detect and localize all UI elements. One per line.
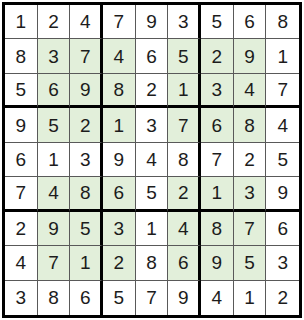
cell-r3c7[interactable]: 3 — [201, 74, 234, 108]
cell-r8c9[interactable]: 3 — [266, 246, 299, 280]
cell-r2c4[interactable]: 4 — [103, 39, 136, 73]
cell-r5c4[interactable]: 9 — [103, 143, 136, 177]
cell-r6c3[interactable]: 8 — [70, 177, 103, 211]
cell-r4c5[interactable]: 3 — [136, 108, 169, 142]
cell-r2c6[interactable]: 5 — [168, 39, 201, 73]
cell-r5c8[interactable]: 2 — [234, 143, 267, 177]
cell-r9c1[interactable]: 3 — [5, 281, 38, 315]
cell-r9c9[interactable]: 2 — [266, 281, 299, 315]
cell-r9c5[interactable]: 7 — [136, 281, 169, 315]
cell-r2c1[interactable]: 8 — [5, 39, 38, 73]
cell-r9c7[interactable]: 4 — [201, 281, 234, 315]
cell-r4c6[interactable]: 7 — [168, 108, 201, 142]
cell-r1c8[interactable]: 6 — [234, 5, 267, 39]
cell-r5c3[interactable]: 3 — [70, 143, 103, 177]
cell-r2c8[interactable]: 9 — [234, 39, 267, 73]
cell-r8c8[interactable]: 5 — [234, 246, 267, 280]
cell-r2c2[interactable]: 3 — [38, 39, 71, 73]
cell-r7c7[interactable]: 8 — [201, 212, 234, 246]
cell-r8c3[interactable]: 1 — [70, 246, 103, 280]
cell-r2c5[interactable]: 6 — [136, 39, 169, 73]
cell-r7c2[interactable]: 9 — [38, 212, 71, 246]
cell-r3c5[interactable]: 2 — [136, 74, 169, 108]
cell-r5c6[interactable]: 8 — [168, 143, 201, 177]
cell-r8c4[interactable]: 2 — [103, 246, 136, 280]
cell-r8c5[interactable]: 8 — [136, 246, 169, 280]
cell-r3c2[interactable]: 6 — [38, 74, 71, 108]
cell-r1c6[interactable]: 3 — [168, 5, 201, 39]
cell-r6c1[interactable]: 7 — [5, 177, 38, 211]
cell-r4c1[interactable]: 9 — [5, 108, 38, 142]
cell-r9c6[interactable]: 9 — [168, 281, 201, 315]
cell-r3c3[interactable]: 9 — [70, 74, 103, 108]
cell-r8c7[interactable]: 9 — [201, 246, 234, 280]
cell-r9c3[interactable]: 6 — [70, 281, 103, 315]
cell-r2c7[interactable]: 2 — [201, 39, 234, 73]
cell-r7c5[interactable]: 1 — [136, 212, 169, 246]
cell-r6c8[interactable]: 3 — [234, 177, 267, 211]
cell-r6c7[interactable]: 1 — [201, 177, 234, 211]
cell-r3c6[interactable]: 1 — [168, 74, 201, 108]
cell-r1c1[interactable]: 1 — [5, 5, 38, 39]
cell-r4c9[interactable]: 4 — [266, 108, 299, 142]
cell-r7c1[interactable]: 2 — [5, 212, 38, 246]
cell-r5c9[interactable]: 5 — [266, 143, 299, 177]
cell-r5c5[interactable]: 4 — [136, 143, 169, 177]
cell-r7c6[interactable]: 4 — [168, 212, 201, 246]
cell-r7c3[interactable]: 5 — [70, 212, 103, 246]
cell-r4c7[interactable]: 6 — [201, 108, 234, 142]
cell-r1c7[interactable]: 5 — [201, 5, 234, 39]
cell-r5c1[interactable]: 6 — [5, 143, 38, 177]
cell-r1c3[interactable]: 4 — [70, 5, 103, 39]
cell-r3c1[interactable]: 5 — [5, 74, 38, 108]
cell-r6c6[interactable]: 2 — [168, 177, 201, 211]
cell-r3c4[interactable]: 8 — [103, 74, 136, 108]
cell-r6c2[interactable]: 4 — [38, 177, 71, 211]
cell-r1c5[interactable]: 9 — [136, 5, 169, 39]
cell-r7c9[interactable]: 6 — [266, 212, 299, 246]
cell-r6c4[interactable]: 6 — [103, 177, 136, 211]
cell-r9c8[interactable]: 1 — [234, 281, 267, 315]
cell-r9c4[interactable]: 5 — [103, 281, 136, 315]
cell-r8c2[interactable]: 7 — [38, 246, 71, 280]
cell-r3c8[interactable]: 4 — [234, 74, 267, 108]
cell-r4c3[interactable]: 2 — [70, 108, 103, 142]
cell-r3c9[interactable]: 7 — [266, 74, 299, 108]
cell-r7c4[interactable]: 3 — [103, 212, 136, 246]
cell-r2c3[interactable]: 7 — [70, 39, 103, 73]
cell-r7c8[interactable]: 7 — [234, 212, 267, 246]
cell-r9c2[interactable]: 8 — [38, 281, 71, 315]
cell-r8c1[interactable]: 4 — [5, 246, 38, 280]
cell-r4c2[interactable]: 5 — [38, 108, 71, 142]
cell-r1c2[interactable]: 2 — [38, 5, 71, 39]
cell-r6c9[interactable]: 9 — [266, 177, 299, 211]
cell-r2c9[interactable]: 1 — [266, 39, 299, 73]
cell-r5c7[interactable]: 7 — [201, 143, 234, 177]
cell-r1c4[interactable]: 7 — [103, 5, 136, 39]
cell-r5c2[interactable]: 1 — [38, 143, 71, 177]
page-background: 1247935688374652915698213479521376846139… — [0, 0, 304, 320]
cell-r6c5[interactable]: 5 — [136, 177, 169, 211]
cell-r4c4[interactable]: 1 — [103, 108, 136, 142]
cell-r8c6[interactable]: 6 — [168, 246, 201, 280]
cell-r4c8[interactable]: 8 — [234, 108, 267, 142]
cell-r1c9[interactable]: 8 — [266, 5, 299, 39]
sudoku-board: 1247935688374652915698213479521376846139… — [2, 2, 302, 318]
